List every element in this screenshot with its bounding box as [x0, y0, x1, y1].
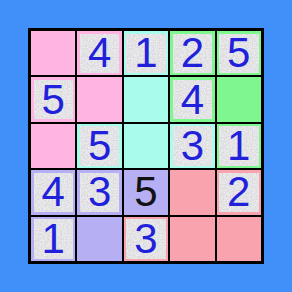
cell-r2c1: 5 — [31, 77, 75, 121]
given-digit: 3 — [134, 219, 157, 258]
cell-r3c4: 3 — [170, 124, 214, 168]
given-digit: 4 — [88, 34, 111, 73]
cell-r2c4: 4 — [170, 77, 214, 121]
user-digit: 5 — [134, 171, 157, 213]
cell-r3c2: 5 — [77, 124, 121, 168]
given-digit: 1 — [42, 219, 65, 258]
app-background: 412554531435213 — [0, 0, 292, 292]
cell-r4c3[interactable]: 5 — [124, 170, 168, 214]
given-clue-tile: 2 — [219, 173, 258, 212]
given-clue-tile: 2 — [173, 34, 212, 73]
cell-r4c1: 4 — [31, 170, 75, 214]
cell-r1c2: 4 — [77, 31, 121, 75]
given-clue-tile: 1 — [126, 34, 165, 73]
cell-r4c2: 3 — [77, 170, 121, 214]
puzzle-board: 412554531435213 — [28, 28, 264, 264]
given-digit: 2 — [227, 173, 250, 212]
given-clue-tile: 1 — [219, 126, 258, 165]
given-clue-tile: 3 — [126, 219, 165, 258]
cell-r1c5: 5 — [217, 31, 261, 75]
given-digit: 4 — [181, 80, 204, 119]
cell-r5c2[interactable] — [77, 217, 121, 261]
cell-r1c3: 1 — [124, 31, 168, 75]
given-digit: 3 — [88, 173, 111, 212]
given-clue-tile: 5 — [80, 126, 119, 165]
cell-r3c3[interactable] — [124, 124, 168, 168]
cell-r4c5: 2 — [217, 170, 261, 214]
given-clue-tile: 4 — [80, 34, 119, 73]
given-digit: 5 — [227, 34, 250, 73]
given-clue-tile: 4 — [173, 80, 212, 119]
given-digit: 5 — [42, 80, 65, 119]
cell-r2c5[interactable] — [217, 77, 261, 121]
given-digit: 1 — [227, 126, 250, 165]
given-clue-tile: 4 — [34, 173, 73, 212]
given-clue-tile: 3 — [173, 126, 212, 165]
given-clue-tile: 5 — [34, 80, 73, 119]
given-digit: 4 — [42, 173, 65, 212]
cell-r3c1[interactable] — [31, 124, 75, 168]
cell-r2c3[interactable] — [124, 77, 168, 121]
cell-r1c1[interactable] — [31, 31, 75, 75]
given-digit: 3 — [181, 126, 204, 165]
given-clue-tile: 1 — [34, 219, 73, 258]
given-digit: 1 — [134, 34, 157, 73]
given-digit: 5 — [88, 126, 111, 165]
cell-r3c5: 1 — [217, 124, 261, 168]
cell-r4c4[interactable] — [170, 170, 214, 214]
cell-r5c5[interactable] — [217, 217, 261, 261]
given-clue-tile: 5 — [219, 34, 258, 73]
cell-r1c4: 2 — [170, 31, 214, 75]
given-digit: 2 — [181, 34, 204, 73]
given-clue-tile: 3 — [80, 173, 119, 212]
cell-r5c3: 3 — [124, 217, 168, 261]
cell-r2c2[interactable] — [77, 77, 121, 121]
cell-r5c1: 1 — [31, 217, 75, 261]
cell-r5c4[interactable] — [170, 217, 214, 261]
